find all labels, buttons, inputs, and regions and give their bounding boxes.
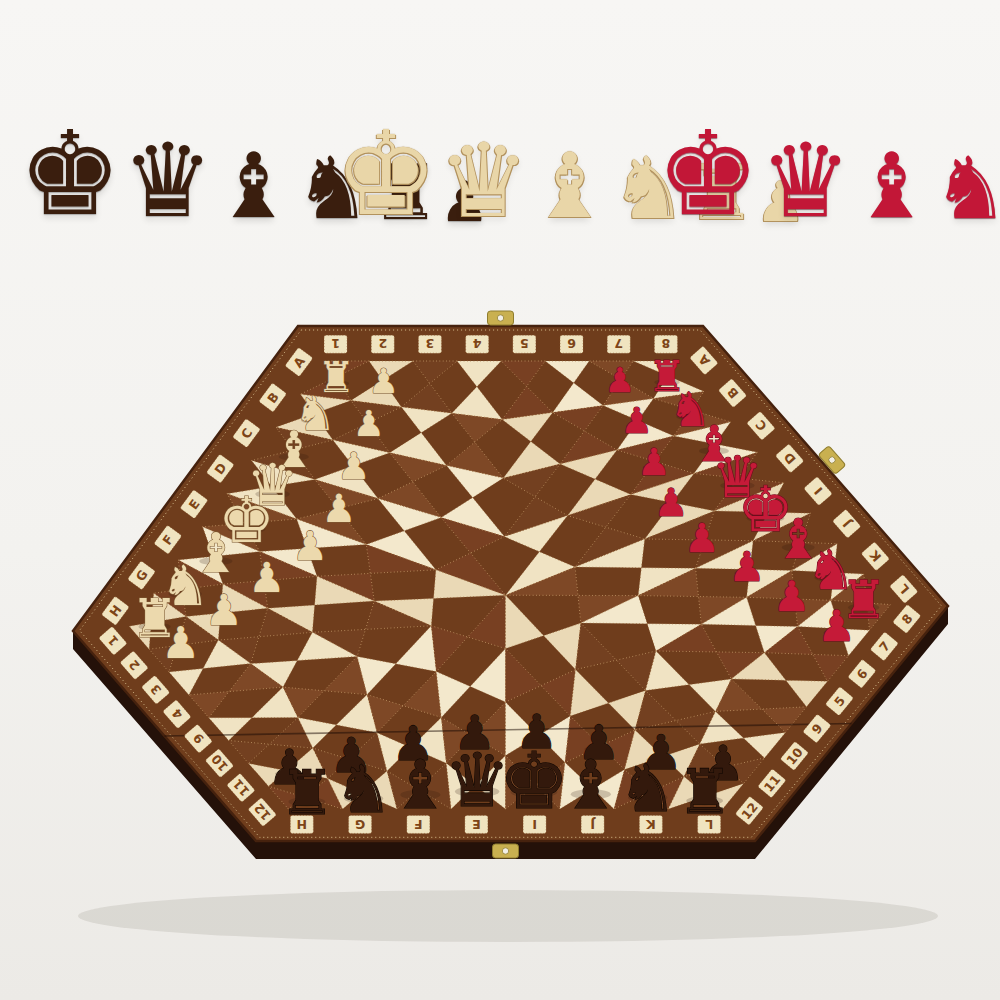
red-pawn-i7: ♟	[684, 515, 720, 561]
brass-latch	[488, 311, 514, 325]
brass-latch	[493, 844, 519, 858]
white-pawn-b2: ♟	[353, 403, 385, 444]
red-pawn-j7: ♟	[728, 543, 765, 591]
dark-knight-k12: ♞	[618, 750, 677, 826]
edge-label-top-4: 4	[473, 336, 482, 351]
red-pawn-a7: ♟	[604, 360, 635, 400]
white-pawn-g2: ♟	[205, 585, 243, 635]
product-photo-three-player-chess: ♚♛♝♞♜♟ ♚♛♝♞♜♟ ♚♛♝♞♜♟ 12345678ABCDEFGHABC…	[0, 0, 1000, 1000]
edge-label-top-2: 2	[378, 336, 387, 351]
red-pawn-l7: ♟	[817, 601, 856, 651]
red-pawn-c7: ♟	[637, 440, 670, 484]
white-pawn-c2: ♟	[337, 444, 370, 488]
white-pawn-a2: ♟	[368, 361, 399, 401]
red-pawn-b7: ♟	[621, 400, 653, 441]
dark-bishop-f12: ♝	[390, 746, 450, 824]
piece-lineup-red: ♚♛♝♞♜♟	[656, 72, 964, 228]
edge-label-top-3: 3	[426, 336, 435, 351]
red-pawn-k7: ♟	[773, 572, 811, 621]
dark-king-sample: ♚	[18, 121, 122, 228]
edge-label-top-1: 1	[331, 336, 340, 351]
piece-lineup-white: ♚♛♝♞♜♟	[334, 72, 648, 228]
edge-label-top-5: 5	[520, 336, 529, 351]
dark-rook-l12: ♜	[677, 756, 732, 827]
white-pawn-f2: ♟	[248, 554, 285, 602]
red-bishop-sample: ♝	[851, 145, 932, 228]
white-pawn-e2: ♟	[292, 523, 328, 569]
dark-knight-g12: ♞	[334, 751, 393, 827]
dark-queen-e12: ♛	[444, 737, 510, 823]
piece-lineup-dark: ♚♛♝♞♜♟	[18, 72, 316, 228]
edge-label-top-7: 7	[614, 336, 623, 351]
dark-bishop-sample: ♝	[213, 145, 294, 228]
edge-label-top-8: 8	[662, 336, 671, 351]
edge-label-top-6: 6	[567, 336, 576, 351]
white-bishop-sample: ♝	[529, 145, 610, 228]
board-svg: 12345678ABCDEFGHABCDIJKL1234910111287659…	[38, 276, 962, 976]
red-king-sample: ♚	[656, 121, 760, 228]
board-shadow	[78, 890, 938, 942]
red-queen-sample: ♛	[760, 134, 851, 228]
white-queen-sample: ♛	[438, 134, 529, 228]
dark-rook-h12: ♜	[279, 757, 334, 828]
three-player-chess-board: 12345678ABCDEFGHABCDIJKL1234910111287659…	[38, 276, 962, 976]
dark-queen-sample: ♛	[122, 134, 213, 228]
white-pawn-h2: ♟	[161, 617, 200, 668]
dark-bishop-j12: ♝	[561, 746, 621, 824]
red-knight-sample: ♞	[932, 149, 1000, 228]
white-king-sample: ♚	[334, 121, 438, 228]
